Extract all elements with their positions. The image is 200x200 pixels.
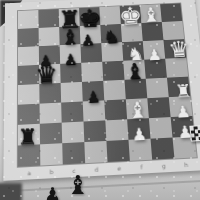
square-b2 xyxy=(40,123,62,145)
board-grid: ♜♚♚♝♝♟♞♟♟♞♟♛♛♝♟♜♝♟♜♟♟ xyxy=(18,3,197,166)
square-e4 xyxy=(103,80,126,101)
chess-board: ♜♚♚♝♝♟♞♟♟♞♟♛♛♝♟♜♝♟♜♟♟ abcdefgh xyxy=(3,0,200,181)
square-f3: ♝ xyxy=(126,98,149,119)
square-d4: ♟ xyxy=(82,81,104,102)
black-king-piece: ♚ xyxy=(78,7,102,31)
square-e2 xyxy=(105,119,128,141)
square-c3 xyxy=(61,101,83,122)
file-label: a xyxy=(20,169,39,177)
white-rook-piece: ♜ xyxy=(174,82,192,100)
file-label: b xyxy=(42,168,61,176)
black-rook-piece: ♜ xyxy=(17,127,37,149)
square-a2: ♜ xyxy=(18,124,40,146)
square-d2 xyxy=(84,120,107,142)
photo-scene: ♜♚♚♝♝♟♞♟♟♞♟♛♛♝♟♜♝♟♜♟♟ abcdefgh ♟♝ xyxy=(0,0,200,200)
black-knight-piece: ♞ xyxy=(102,28,120,45)
white-queen-piece: ♛ xyxy=(168,39,191,61)
board-border: ♜♚♚♝♝♟♞♟♟♞♟♛♛♝♟♜♝♟♜♟♟ abcdefgh xyxy=(3,0,200,181)
white-pawn-piece: ♟ xyxy=(146,47,162,62)
captured-black-bishop: ♝ xyxy=(66,172,89,198)
white-bishop-piece: ♝ xyxy=(141,6,162,25)
square-e3 xyxy=(104,99,127,120)
square-a3 xyxy=(18,104,40,125)
square-b5: ♛ xyxy=(39,64,61,84)
table-seam xyxy=(0,179,200,192)
white-pawn-piece: ♟ xyxy=(175,104,192,120)
square-h6: ♛ xyxy=(163,39,186,59)
black-bishop-piece: ♝ xyxy=(60,28,80,48)
square-h8 xyxy=(160,3,182,22)
square-d1 xyxy=(84,141,107,163)
file-label: h xyxy=(176,161,196,169)
square-b8 xyxy=(38,9,59,28)
black-pawn-piece: ♟ xyxy=(86,89,101,104)
square-g6: ♟ xyxy=(143,40,165,60)
square-e1 xyxy=(106,140,129,162)
black-pawn-piece: ♟ xyxy=(81,33,95,47)
square-d5 xyxy=(81,62,103,82)
table-shadow xyxy=(0,183,22,200)
square-g8: ♝ xyxy=(140,4,162,23)
square-f5: ♝ xyxy=(123,60,145,80)
square-e5 xyxy=(102,61,124,81)
square-h4: ♜ xyxy=(167,77,190,98)
white-pawn-piece: ♟ xyxy=(131,126,147,143)
square-e7: ♞ xyxy=(100,24,122,43)
black-pawn-piece: ♟ xyxy=(63,52,77,66)
square-f6: ♞ xyxy=(122,41,144,61)
square-g4 xyxy=(146,78,169,99)
white-pawn-piece: ♟ xyxy=(177,124,194,141)
square-g2 xyxy=(149,117,173,139)
square-b3 xyxy=(40,103,62,124)
square-b7 xyxy=(39,27,60,46)
square-c7: ♝ xyxy=(59,26,80,45)
file-label: e xyxy=(109,165,128,173)
square-a7 xyxy=(18,28,39,47)
captured-black-pawn: ♟ xyxy=(44,185,61,200)
square-a8 xyxy=(18,10,39,29)
square-c8: ♜ xyxy=(59,8,80,27)
white-king-piece: ♚ xyxy=(118,6,143,30)
white-bishop-piece: ♝ xyxy=(127,100,149,122)
square-c1 xyxy=(62,142,85,164)
square-d8: ♚ xyxy=(79,7,100,26)
black-queen-piece: ♛ xyxy=(35,63,58,87)
file-label: f xyxy=(132,163,152,171)
square-c2 xyxy=(62,122,85,144)
square-g1 xyxy=(151,138,175,160)
square-g3 xyxy=(147,97,170,118)
file-label: g xyxy=(154,162,174,170)
square-c4 xyxy=(61,82,83,103)
file-label: d xyxy=(87,166,106,174)
black-bishop-piece: ♝ xyxy=(124,62,145,83)
square-b1 xyxy=(40,143,63,165)
square-f8: ♚ xyxy=(120,5,142,24)
